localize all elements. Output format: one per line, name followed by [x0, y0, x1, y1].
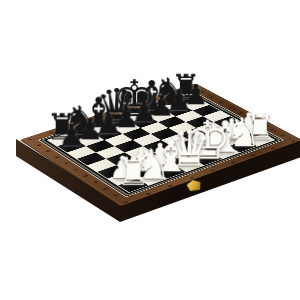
square-a1: [118, 179, 148, 193]
border-pinstripe-band: [38, 90, 284, 197]
square-a3: [97, 165, 126, 178]
square-a2: [108, 172, 138, 185]
chess-board: ♜♞♝♛♚♝♞♜♟♟♟♟♟♟♟♟♟♟♟♟♟♟♟♟♜♞♝♛♚♝♞♜: [20, 83, 300, 206]
square-f1: [211, 146, 240, 159]
square-c3: [135, 152, 164, 165]
square-b1: [137, 172, 167, 185]
square-d3: [153, 146, 182, 159]
square-e3: [171, 140, 200, 152]
square-c2: [146, 159, 175, 172]
square-a4: [87, 159, 116, 172]
square-c5: [114, 140, 143, 152]
square-d2: [164, 152, 193, 165]
square-b3: [116, 159, 145, 172]
square-d4: [143, 140, 172, 152]
square-b2: [127, 165, 156, 178]
square-a6: [67, 146, 96, 159]
square-b6: [86, 140, 115, 152]
square-a7: [57, 140, 86, 152]
square-e2: [182, 146, 211, 159]
square-c4: [125, 146, 154, 159]
square-a5: [77, 152, 106, 165]
board-perspective-wrap: ♜♞♝♛♚♝♞♜♟♟♟♟♟♟♟♟♟♟♟♟♟♟♟♟♜♞♝♛♚♝♞♜: [0, 0, 300, 300]
square-d1: [175, 159, 204, 172]
square-c1: [156, 165, 185, 178]
wooden-frame: [20, 83, 300, 206]
square-b5: [96, 146, 125, 159]
square-e1: [193, 152, 222, 165]
square-g1: [229, 140, 258, 152]
square-b4: [106, 152, 135, 165]
chess-set-photo: ♜♞♝♛♚♝♞♜♟♟♟♟♟♟♟♟♟♟♟♟♟♟♟♟♜♞♝♛♚♝♞♜: [0, 0, 300, 300]
squares-grid: [46, 93, 275, 193]
square-f2: [200, 140, 229, 152]
